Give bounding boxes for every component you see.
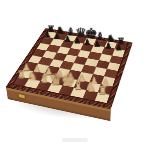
piece-white-king-e1: ♚ <box>60 72 72 91</box>
brass-latch <box>19 94 25 99</box>
piece-black-pawn-d7: ♟ <box>72 35 83 45</box>
chess-set-product-photo[interactable]: ♜♞♝♛♚♝♞♜♟♟♟♟♟♟♟♟♟♟♟♟♟♟♟♟♜♞♝♛♚♝♞♜ <box>0 0 150 150</box>
piece-white-knight-b1: ♞ <box>26 70 38 84</box>
watermark <box>62 138 88 142</box>
piece-black-pawn-b7: ♟ <box>52 32 62 42</box>
chess-box: ♜♞♝♛♚♝♞♜♟♟♟♟♟♟♟♟♟♟♟♟♟♟♟♟♜♞♝♛♚♝♞♜ <box>6 28 133 108</box>
piece-white-queen-d1: ♛ <box>49 71 61 88</box>
piece-white-knight-g1: ♞ <box>84 81 96 95</box>
piece-black-pawn-h7: ♟ <box>113 42 124 53</box>
piece-white-bishop-f1: ♝ <box>72 77 84 92</box>
piece-black-pawn-c7: ♟ <box>62 34 73 44</box>
piece-white-bishop-c1: ♝ <box>38 71 50 86</box>
piece-white-rook-h1: ♜ <box>96 84 109 97</box>
piece-black-pawn-f7: ♟ <box>92 39 103 50</box>
piece-black-pawn-g7: ♟ <box>103 41 114 52</box>
